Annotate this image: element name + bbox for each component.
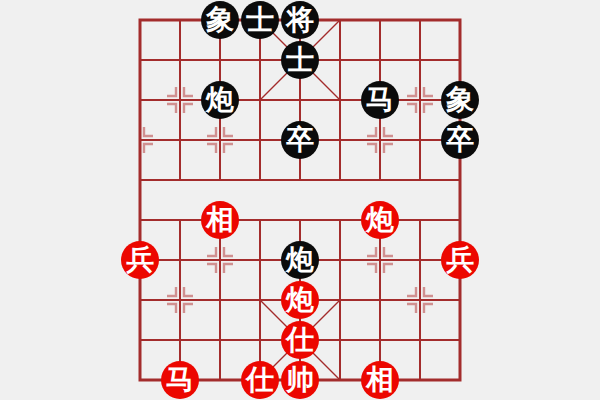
piece-black-soldier[interactable]: 卒 [441, 121, 479, 159]
piece-red-advisor[interactable]: 仕 [281, 321, 319, 359]
piece-black-elephant[interactable]: 象 [441, 81, 479, 119]
piece-black-general[interactable]: 将 [281, 1, 319, 39]
piece-black-cannon[interactable]: 炮 [281, 241, 319, 279]
piece-black-advisor[interactable]: 士 [281, 41, 319, 79]
piece-red-cannon[interactable]: 炮 [361, 201, 399, 239]
piece-red-general[interactable]: 帅 [281, 361, 319, 399]
piece-red-horse[interactable]: 马 [161, 361, 199, 399]
piece-black-advisor[interactable]: 士 [241, 1, 279, 39]
piece-black-horse[interactable]: 马 [361, 81, 399, 119]
piece-red-cannon[interactable]: 炮 [281, 281, 319, 319]
piece-red-elephant[interactable]: 相 [201, 201, 239, 239]
piece-black-soldier[interactable]: 卒 [281, 121, 319, 159]
piece-red-elephant[interactable]: 相 [361, 361, 399, 399]
xiangqi-board: 象士将士炮马象卒卒炮相炮兵兵炮仕马仕帅相 [0, 0, 600, 400]
piece-black-elephant[interactable]: 象 [201, 1, 239, 39]
piece-red-advisor[interactable]: 仕 [241, 361, 279, 399]
piece-red-soldier[interactable]: 兵 [121, 241, 159, 279]
piece-black-cannon[interactable]: 炮 [201, 81, 239, 119]
piece-red-soldier[interactable]: 兵 [441, 241, 479, 279]
piece-layer: 象士将士炮马象卒卒炮相炮兵兵炮仕马仕帅相 [0, 0, 600, 400]
